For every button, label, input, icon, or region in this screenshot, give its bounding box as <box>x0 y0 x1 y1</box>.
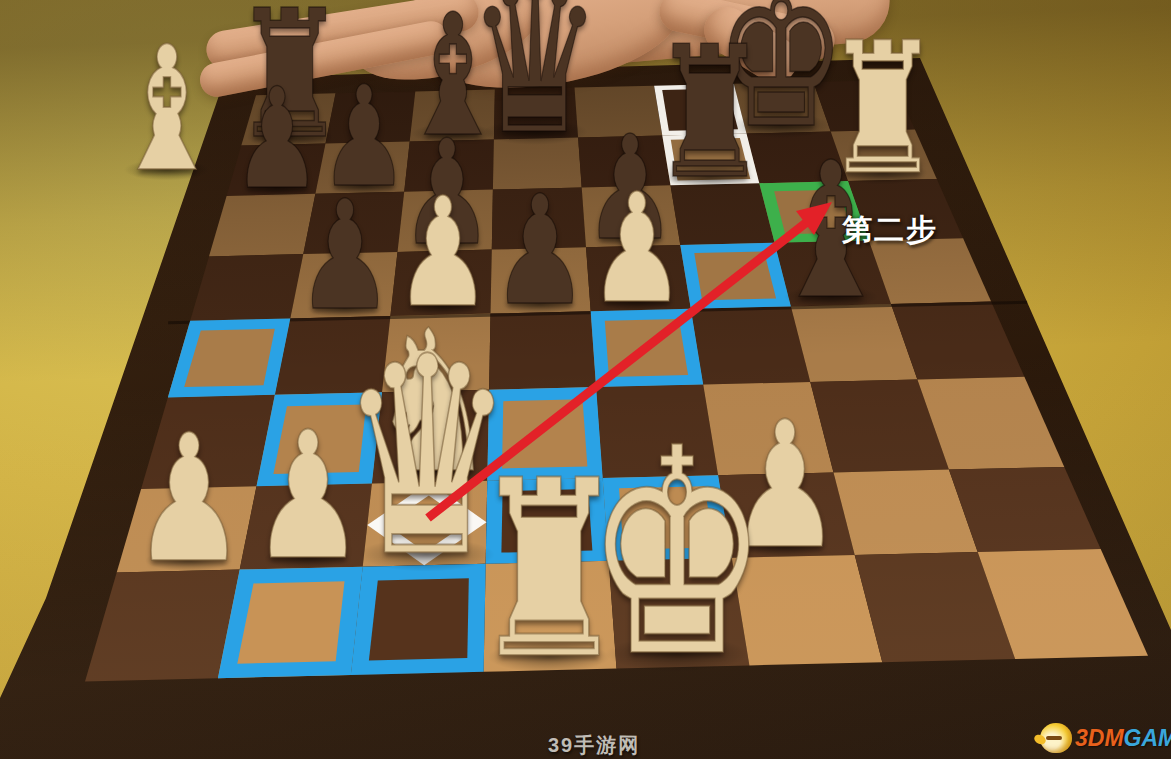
captured-piece-white-bishop[interactable]: ♝ <box>111 24 222 196</box>
watermark-3dmgame-logo: 3DM GAME <box>1040 723 1171 753</box>
piece-white-pawn-b2[interactable]: ♟ <box>251 408 365 584</box>
piece-white-rook-d1[interactable]: ♜ <box>470 449 628 694</box>
piece-white-pawn-a2[interactable]: ♟ <box>132 411 246 587</box>
step-annotation-label: 第二步 <box>842 210 938 251</box>
watermark-39shouyou: 39手游网 <box>548 732 640 759</box>
piece-white-pawn-e5[interactable]: ♟ <box>588 174 685 325</box>
logo-text-3dm: 3DM <box>1075 725 1124 752</box>
logo-text-game: GAME <box>1124 725 1171 752</box>
chess-3d-scene: ♜♝♛♚♟♟♜♜♟♟♟♟♟♟♝♞♟♟♛♟♜♚♝ 第二步 39手游网 3DM GA… <box>0 0 1171 759</box>
chick-mascot-icon <box>1040 723 1072 753</box>
